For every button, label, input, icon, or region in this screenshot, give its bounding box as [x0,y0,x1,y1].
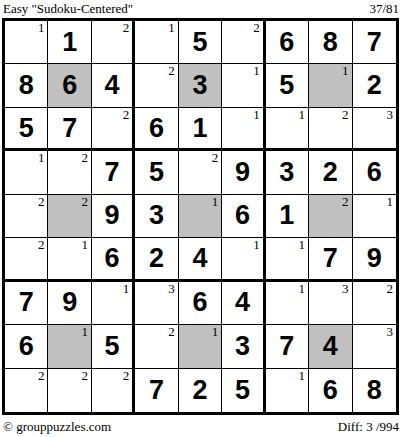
pencil-mark: 1 [386,195,393,209]
cell-r6c3[interactable]: 6 [92,238,135,281]
cell-r1c1[interactable]: 1 [5,21,48,64]
cell-r9c8[interactable]: 6 [309,369,352,412]
cell-r8c6[interactable]: 3 [222,325,265,368]
cell-r5c6[interactable]: 6 [222,195,265,238]
pencil-mark: 2 [168,64,175,78]
cell-r2c5[interactable]: 3 [179,64,222,107]
pencil-mark: 2 [38,195,45,209]
cell-r5c5[interactable]: 1 [179,195,222,238]
cell-r2c1[interactable]: 8 [5,64,48,107]
cell-value: 6 [235,202,250,229]
pencil-mark: 1 [299,238,306,252]
cell-r1c9[interactable]: 7 [353,21,396,64]
cell-value: 6 [323,377,338,404]
cell-r5c9[interactable]: 1 [353,195,396,238]
cell-value: 8 [19,72,34,99]
cell-value: 6 [367,159,382,186]
pencil-mark: 3 [386,325,393,339]
pencil-mark: 2 [38,369,45,383]
pencil-mark: 2 [342,195,349,209]
cell-r4c5[interactable]: 2 [179,151,222,194]
cell-value: 3 [149,202,164,229]
cell-value: 5 [235,377,250,404]
cell-value: 8 [323,29,338,56]
pencil-mark: 2 [81,369,88,383]
pencil-mark: 1 [123,282,130,296]
pencil-mark: 2 [38,238,45,252]
cell-value: 3 [279,159,294,186]
cell-r4c1[interactable]: 1 [5,151,48,194]
pencil-mark: 1 [299,282,306,296]
cell-r2c4[interactable]: 2 [135,64,178,107]
cell-r6c1[interactable]: 2 [5,238,48,281]
cell-r5c7[interactable]: 1 [266,195,309,238]
cell-value: 7 [19,289,34,316]
cell-value: 2 [323,159,338,186]
cell-r5c3[interactable]: 9 [92,195,135,238]
difficulty-label: Diff: 3 /994 [338,419,399,434]
cell-r9c7[interactable]: 1 [266,369,309,412]
cell-value: 5 [19,115,34,142]
cell-r7c3[interactable]: 1 [92,282,135,325]
pencil-mark: 2 [212,151,219,165]
cell-r8c3[interactable]: 5 [92,325,135,368]
cell-value: 6 [105,245,120,272]
cell-value: 2 [192,377,207,404]
cell-r6c5[interactable]: 4 [179,238,222,281]
pencil-mark: 1 [299,108,306,122]
cell-r3c8[interactable]: 2 [309,108,352,151]
cell-r3c1[interactable]: 5 [5,108,48,151]
cell-value: 6 [62,72,77,99]
cell-r5c1[interactable]: 2 [5,195,48,238]
cell-value: 1 [192,115,207,142]
footer: © grouppuzzles.com Diff: 3 /994 [3,419,399,434]
cell-r6c4[interactable]: 2 [135,238,178,281]
cell-value: 9 [367,245,382,272]
cell-value: 7 [105,159,120,186]
cell-r9c9[interactable]: 8 [353,369,396,412]
cell-value: 2 [367,72,382,99]
pencil-mark: 1 [212,325,219,339]
pencil-mark: 2 [386,282,393,296]
pencil-mark: 1 [81,238,88,252]
cell-r2c6[interactable]: 1 [222,64,265,107]
pencil-mark: 1 [342,64,349,78]
progress-counter: 37/81 [369,1,399,16]
pencil-mark: 2 [253,21,260,35]
cell-r3c2[interactable]: 7 [48,108,91,151]
cell-r8c5[interactable]: 1 [179,325,222,368]
sudoku-board: 1121526878642315125726111231275293262293… [2,18,399,415]
cell-r7c1[interactable]: 7 [5,282,48,325]
cell-r4c9[interactable]: 6 [353,151,396,194]
pencil-mark: 2 [342,108,349,122]
cell-r7c9[interactable]: 2 [353,282,396,325]
cell-r3c7[interactable]: 1 [266,108,309,151]
cell-value: 6 [19,333,34,360]
cell-value: 2 [149,245,164,272]
cell-value: 7 [62,115,77,142]
cell-r6c2[interactable]: 1 [48,238,91,281]
cell-r9c6[interactable]: 5 [222,369,265,412]
cell-r1c7[interactable]: 6 [266,21,309,64]
cell-r3c9[interactable]: 3 [353,108,396,151]
cell-r5c8[interactable]: 2 [309,195,352,238]
pencil-mark: 2 [123,21,130,35]
cell-value: 3 [192,72,207,99]
cell-r7c8[interactable]: 3 [309,282,352,325]
cell-r4c2[interactable]: 2 [48,151,91,194]
cell-value: 9 [62,289,77,316]
cell-r9c3[interactable]: 2 [92,369,135,412]
cell-r2c9[interactable]: 2 [353,64,396,107]
cell-r6c7[interactable]: 1 [266,238,309,281]
cell-value: 4 [235,289,250,316]
cell-value: 1 [279,202,294,229]
pencil-mark: 3 [386,108,393,122]
cell-r8c8[interactable]: 4 [309,325,352,368]
cell-r2c7[interactable]: 5 [266,64,309,107]
cell-r5c4[interactable]: 3 [135,195,178,238]
cell-r7c5[interactable]: 6 [179,282,222,325]
pencil-mark: 2 [81,151,88,165]
cell-r1c5[interactable]: 5 [179,21,222,64]
cell-value: 3 [235,333,250,360]
pencil-mark: 1 [253,64,260,78]
pencil-mark: 1 [253,238,260,252]
cell-r6c8[interactable]: 7 [309,238,352,281]
cell-value: 4 [105,72,120,99]
pencil-mark: 3 [168,282,175,296]
cell-value: 5 [149,159,164,186]
cell-r1c6[interactable]: 2 [222,21,265,64]
cell-value: 1 [62,29,77,56]
cell-r7c6[interactable]: 4 [222,282,265,325]
cell-r9c5[interactable]: 2 [179,369,222,412]
pencil-mark: 1 [38,151,45,165]
cell-value: 5 [105,333,120,360]
cell-value: 4 [192,245,207,272]
cell-r8c4[interactable]: 2 [135,325,178,368]
cell-r1c3[interactable]: 2 [92,21,135,64]
cell-r7c2[interactable]: 9 [48,282,91,325]
pencil-mark: 1 [38,21,45,35]
cell-r3c4[interactable]: 6 [135,108,178,151]
cell-value: 8 [367,377,382,404]
cell-r6c9[interactable]: 9 [353,238,396,281]
cell-value: 5 [192,29,207,56]
cell-value: 7 [149,377,164,404]
cell-r5c2[interactable]: 2 [48,195,91,238]
cell-value: 7 [323,245,338,272]
cell-value: 6 [192,289,207,316]
pencil-mark: 1 [81,325,88,339]
cell-r7c4[interactable]: 3 [135,282,178,325]
page-title: Easy "Sudoku-Centered" [3,1,133,16]
pencil-mark: 1 [299,369,306,383]
cell-r4c6[interactable]: 9 [222,151,265,194]
cell-r9c2[interactable]: 2 [48,369,91,412]
pencil-mark: 2 [123,369,130,383]
site-credit: © grouppuzzles.com [3,419,111,434]
cell-r4c7[interactable]: 3 [266,151,309,194]
cell-r4c3[interactable]: 7 [92,151,135,194]
cell-r8c2[interactable]: 1 [48,325,91,368]
cell-r8c1[interactable]: 6 [5,325,48,368]
cell-r6c6[interactable]: 1 [222,238,265,281]
cell-r1c8[interactable]: 8 [309,21,352,64]
pencil-mark: 2 [123,108,130,122]
cell-value: 7 [279,333,294,360]
cell-value: 9 [235,159,250,186]
cell-r7c7[interactable]: 1 [266,282,309,325]
pencil-mark: 1 [212,195,219,209]
cell-r8c9[interactable]: 3 [353,325,396,368]
cell-value: 9 [105,202,120,229]
pencil-mark: 2 [81,195,88,209]
cell-r9c1[interactable]: 2 [5,369,48,412]
cell-r1c4[interactable]: 1 [135,21,178,64]
cell-r9c4[interactable]: 7 [135,369,178,412]
cell-r8c7[interactable]: 7 [266,325,309,368]
pencil-mark: 1 [168,21,175,35]
cell-r3c3[interactable]: 2 [92,108,135,151]
pencil-mark: 2 [168,325,175,339]
cell-value: 4 [323,333,338,360]
cell-r3c6[interactable]: 1 [222,108,265,151]
cell-value: 6 [149,115,164,142]
cell-r2c8[interactable]: 1 [309,64,352,107]
header: Easy "Sudoku-Centered" 37/81 [3,1,399,16]
cell-r2c2[interactable]: 6 [48,64,91,107]
cell-r4c4[interactable]: 5 [135,151,178,194]
cell-r1c2[interactable]: 1 [48,21,91,64]
cell-value: 6 [279,29,294,56]
cell-r4c8[interactable]: 2 [309,151,352,194]
pencil-mark: 3 [342,282,349,296]
pencil-mark: 1 [253,108,260,122]
cell-value: 7 [367,29,382,56]
cell-r2c3[interactable]: 4 [92,64,135,107]
cell-value: 5 [279,72,294,99]
cell-r3c5[interactable]: 1 [179,108,222,151]
